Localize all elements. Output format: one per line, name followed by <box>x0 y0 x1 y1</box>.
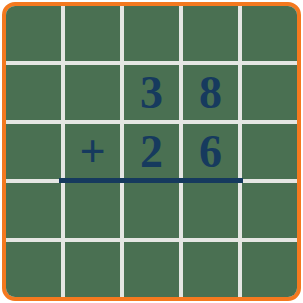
grid-cell-empty <box>6 65 61 120</box>
answer-line <box>59 178 243 183</box>
grid-cell-empty <box>183 6 238 61</box>
grid-cell-empty <box>242 242 297 297</box>
grid-cell-empty <box>6 183 61 238</box>
board-frame: 38+26 <box>2 2 301 301</box>
addition-grid: 38+26 <box>6 6 297 297</box>
grid-cell-empty <box>242 124 297 179</box>
grid-cell-empty <box>124 6 179 61</box>
digit-cell: 6 <box>183 124 238 179</box>
grid-cell-empty <box>6 6 61 61</box>
grid-cell-empty <box>183 242 238 297</box>
grid-cell-empty <box>6 124 61 179</box>
grid-cell-empty <box>242 65 297 120</box>
digit-cell: 8 <box>183 65 238 120</box>
grid-cell-empty <box>242 6 297 61</box>
grid-cell-empty <box>65 6 120 61</box>
plus-sign-cell: + <box>65 124 120 179</box>
grid-cell-empty <box>65 242 120 297</box>
digit-cell: 2 <box>124 124 179 179</box>
digit-cell: 3 <box>124 65 179 120</box>
grid-cell-empty <box>242 183 297 238</box>
grid-cell-empty <box>65 183 120 238</box>
worksheet-stage: 38+26 <box>0 0 303 303</box>
grid-cell-empty <box>65 65 120 120</box>
grid-cell-empty <box>124 242 179 297</box>
grid-cell-empty <box>6 242 61 297</box>
grid-cell-empty <box>183 183 238 238</box>
grid-cell-empty <box>124 183 179 238</box>
